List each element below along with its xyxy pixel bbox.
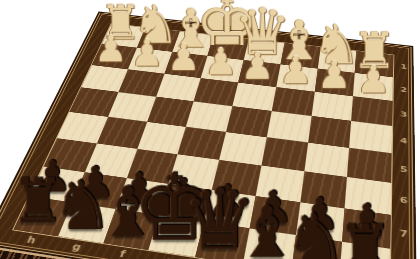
rank-label-2: 2 <box>395 77 412 103</box>
white-pawn[interactable]: ♟ <box>131 36 164 70</box>
square-d2[interactable]: ♟ <box>238 60 280 87</box>
square-c4[interactable] <box>267 111 312 142</box>
square-b4[interactable] <box>308 116 352 148</box>
rank-label-4: 4 <box>395 126 413 156</box>
board-frame: ♜♞♝♚♛♝♞♜♟♟♟♟♟♟♟♟♟♟♟♟♟♟♟♟♜♞♝♚♛♝♞♜ hgfedcb… <box>0 11 417 259</box>
white-pawn[interactable]: ♟ <box>356 61 390 96</box>
board-grid: ♜♞♝♚♛♝♞♜♟♟♟♟♟♟♟♟♟♟♟♟♟♟♟♟♜♞♝♚♛♝♞♜ <box>12 23 394 259</box>
white-pawn[interactable]: ♟ <box>204 44 237 78</box>
white-pawn[interactable]: ♟ <box>279 53 313 87</box>
rank-labels: 12345678 <box>393 55 414 259</box>
square-c2[interactable]: ♟ <box>276 64 317 91</box>
square-e4[interactable] <box>186 101 232 131</box>
rank-label-5: 5 <box>394 153 413 185</box>
white-pawn[interactable]: ♟ <box>317 57 351 92</box>
white-pawn[interactable]: ♟ <box>95 32 127 65</box>
black-rook[interactable]: ♜ <box>336 220 394 259</box>
square-a8[interactable]: ♜ <box>340 241 390 259</box>
rank-label-7: 7 <box>394 215 414 253</box>
square-b3[interactable] <box>311 91 353 121</box>
product-photo-scene: ♜♞♝♚♛♝♞♜♟♟♟♟♟♟♟♟♟♟♟♟♟♟♟♟♜♞♝♚♛♝♞♜ hgfedcb… <box>0 0 420 259</box>
white-pawn[interactable]: ♟ <box>167 40 200 74</box>
rank-label-1: 1 <box>396 55 412 79</box>
rank-label-8: 8 <box>393 250 414 259</box>
rank-label-6: 6 <box>394 183 413 218</box>
rank-label-3: 3 <box>395 100 412 128</box>
square-d5[interactable] <box>219 132 266 165</box>
chess-board: ♜♞♝♚♛♝♞♜♟♟♟♟♟♟♟♟♟♟♟♟♟♟♟♟♜♞♝♚♛♝♞♜ hgfedcb… <box>0 11 417 259</box>
square-b8[interactable]: ♞ <box>291 235 343 259</box>
square-d4[interactable] <box>226 106 271 137</box>
white-pawn[interactable]: ♟ <box>241 48 274 82</box>
square-g5[interactable] <box>97 116 147 148</box>
